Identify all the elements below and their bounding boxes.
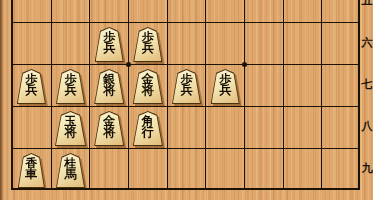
cell-66[interactable]: 歩兵 <box>128 22 167 64</box>
piece-silver-77[interactable]: 銀将 <box>94 69 124 104</box>
piece-kanji: 角行 <box>133 111 163 146</box>
board-border-right <box>358 0 360 190</box>
cell-36[interactable] <box>244 22 283 64</box>
piece-kanji-bottom: 将 <box>64 126 76 139</box>
cell-77[interactable]: 銀将 <box>89 64 128 106</box>
cell-79[interactable] <box>89 148 128 190</box>
cell-38[interactable] <box>244 106 283 148</box>
star-point <box>242 62 247 67</box>
cell-48[interactable] <box>205 106 244 148</box>
piece-king-88[interactable]: 玉将 <box>55 111 86 146</box>
cell-28[interactable] <box>283 106 322 148</box>
cell-96[interactable] <box>12 22 51 64</box>
rank-label-5: 五 <box>361 0 373 8</box>
cell-98[interactable] <box>12 106 51 148</box>
piece-pawn-97[interactable]: 歩兵 <box>17 69 46 104</box>
cell-58[interactable] <box>167 106 206 148</box>
cell-18[interactable] <box>321 106 360 148</box>
cell-26[interactable] <box>283 22 322 64</box>
cell-86[interactable] <box>51 22 90 64</box>
board-left-edge-shading <box>0 0 4 200</box>
cell-95[interactable] <box>12 0 51 22</box>
cell-76[interactable]: 歩兵 <box>89 22 128 64</box>
cell-29[interactable] <box>283 148 322 190</box>
piece-pawn-47[interactable]: 歩兵 <box>211 69 240 104</box>
piece-kanji: 歩兵 <box>56 69 85 104</box>
cell-55[interactable] <box>167 0 206 22</box>
piece-kanji-bottom: 将 <box>103 126 115 139</box>
piece-kanji: 香車 <box>18 153 45 188</box>
board-border-left <box>11 0 13 190</box>
piece-kanji: 金将 <box>94 111 124 146</box>
piece-kanji-bottom: 兵 <box>142 42 154 55</box>
cell-39[interactable] <box>244 148 283 190</box>
piece-kanji: 金将 <box>133 69 163 104</box>
cell-46[interactable] <box>205 22 244 64</box>
cell-85[interactable] <box>51 0 90 22</box>
cell-49[interactable] <box>205 148 244 190</box>
piece-kanji-bottom: 兵 <box>25 84 37 97</box>
cell-78[interactable]: 金将 <box>89 106 128 148</box>
piece-kanji-bottom: 兵 <box>219 84 231 97</box>
rank-label-8: 八 <box>361 120 373 134</box>
shogi-board: 歩兵歩兵歩兵歩兵銀将金将歩兵歩兵玉将金将角行香車桂馬 五六七八九 <box>0 0 373 200</box>
piece-kanji-bottom: 行 <box>142 126 154 139</box>
cell-27[interactable] <box>283 64 322 106</box>
board-border-bottom <box>11 188 360 190</box>
cell-19[interactable] <box>321 148 360 190</box>
cell-68[interactable]: 角行 <box>128 106 167 148</box>
cell-67[interactable]: 金将 <box>128 64 167 106</box>
piece-kanji: 歩兵 <box>133 27 162 62</box>
piece-kanji-bottom: 兵 <box>64 84 76 97</box>
cell-45[interactable] <box>205 0 244 22</box>
piece-kanji: 歩兵 <box>95 27 124 62</box>
cell-56[interactable] <box>167 22 206 64</box>
cell-69[interactable] <box>128 148 167 190</box>
piece-pawn-87[interactable]: 歩兵 <box>56 69 85 104</box>
piece-kanji: 歩兵 <box>17 69 46 104</box>
piece-pawn-66[interactable]: 歩兵 <box>133 27 162 62</box>
piece-kanji-bottom: 馬 <box>64 168 76 181</box>
cell-87[interactable]: 歩兵 <box>51 64 90 106</box>
cell-37[interactable] <box>244 64 283 106</box>
shogi-board-grid: 歩兵歩兵歩兵歩兵銀将金将歩兵歩兵玉将金将角行香車桂馬 <box>12 0 360 190</box>
piece-kanji: 玉将 <box>55 111 86 146</box>
cell-57[interactable]: 歩兵 <box>167 64 206 106</box>
rank-label-7: 七 <box>361 78 373 92</box>
cell-59[interactable] <box>167 148 206 190</box>
piece-knight-89[interactable]: 桂馬 <box>56 153 85 188</box>
piece-kanji-bottom: 将 <box>142 84 154 97</box>
piece-kanji: 歩兵 <box>172 69 201 104</box>
cell-17[interactable] <box>321 64 360 106</box>
piece-kanji-bottom: 車 <box>25 168 37 181</box>
cell-89[interactable]: 桂馬 <box>51 148 90 190</box>
cell-15[interactable] <box>321 0 360 22</box>
rank-label-9: 九 <box>361 162 373 176</box>
cell-25[interactable] <box>283 0 322 22</box>
piece-kanji-bottom: 兵 <box>103 42 115 55</box>
rank-label-6: 六 <box>361 36 373 50</box>
cell-97[interactable]: 歩兵 <box>12 64 51 106</box>
cell-65[interactable] <box>128 0 167 22</box>
star-point <box>126 62 131 67</box>
cell-75[interactable] <box>89 0 128 22</box>
piece-kanji: 桂馬 <box>56 153 85 188</box>
piece-kanji: 銀将 <box>94 69 124 104</box>
piece-pawn-76[interactable]: 歩兵 <box>95 27 124 62</box>
cell-99[interactable]: 香車 <box>12 148 51 190</box>
cell-88[interactable]: 玉将 <box>51 106 90 148</box>
piece-gold-67[interactable]: 金将 <box>133 69 163 104</box>
cell-16[interactable] <box>321 22 360 64</box>
piece-pawn-57[interactable]: 歩兵 <box>172 69 201 104</box>
cell-35[interactable] <box>244 0 283 22</box>
piece-lance-99[interactable]: 香車 <box>18 153 45 188</box>
piece-kanji: 歩兵 <box>211 69 240 104</box>
piece-kanji-bottom: 将 <box>103 84 115 97</box>
cell-47[interactable]: 歩兵 <box>205 64 244 106</box>
piece-gold-78[interactable]: 金将 <box>94 111 124 146</box>
piece-bishop-68[interactable]: 角行 <box>133 111 163 146</box>
piece-kanji-bottom: 兵 <box>180 84 192 97</box>
